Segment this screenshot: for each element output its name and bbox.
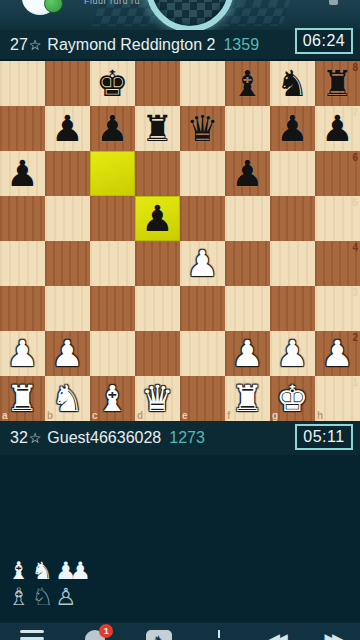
square-b5[interactable] bbox=[45, 196, 90, 241]
square-d4[interactable] bbox=[135, 241, 180, 286]
black-king[interactable]: ♚ bbox=[90, 61, 135, 106]
captured-black-row: ♗♘♙ bbox=[8, 584, 93, 610]
rank-label-4: 4 bbox=[352, 242, 358, 253]
black-pawn[interactable]: ♟ bbox=[0, 151, 45, 196]
forward-icon[interactable]: ▶▶ bbox=[324, 630, 339, 640]
black-pawn[interactable]: ♟ bbox=[90, 106, 135, 151]
black-rook[interactable]: ♜ bbox=[135, 106, 180, 151]
file-label-e: e bbox=[182, 410, 188, 421]
square-f2[interactable]: ♟ bbox=[225, 331, 270, 376]
square-e4[interactable]: ♟ bbox=[180, 241, 225, 286]
square-a4[interactable] bbox=[0, 241, 45, 286]
square-b6[interactable] bbox=[45, 151, 90, 196]
skip-start-icon[interactable]: ◀◀ bbox=[213, 630, 228, 640]
captured-bishop: ♝ bbox=[8, 557, 30, 585]
square-g2[interactable]: ♟ bbox=[270, 331, 315, 376]
square-g6[interactable] bbox=[270, 151, 315, 196]
captured-knight: ♘ bbox=[32, 583, 54, 611]
square-g8[interactable]: ♞ bbox=[270, 61, 315, 106]
square-g1[interactable]: g♚ bbox=[270, 376, 315, 421]
square-c1[interactable]: c♝ bbox=[90, 376, 135, 421]
black-rook[interactable]: ♜ bbox=[315, 61, 360, 106]
online-status-dot bbox=[44, 0, 63, 13]
white-queen[interactable]: ♛ bbox=[135, 376, 180, 421]
white-king[interactable]: ♚ bbox=[270, 376, 315, 421]
square-h4[interactable]: 4 bbox=[315, 241, 360, 286]
opponent-rating: 1359 bbox=[223, 36, 259, 54]
square-b1[interactable]: b♞ bbox=[45, 376, 90, 421]
rank-label-1: 1 bbox=[352, 377, 358, 388]
square-d1[interactable]: d♛ bbox=[135, 376, 180, 421]
rank-label-3: 3 bbox=[352, 287, 358, 298]
square-h6[interactable]: 6 bbox=[315, 151, 360, 196]
square-d2[interactable] bbox=[135, 331, 180, 376]
square-e8[interactable] bbox=[180, 61, 225, 106]
ad-text: Fiuur ruru ru bbox=[84, 0, 140, 6]
white-bishop[interactable]: ♝ bbox=[90, 376, 135, 421]
status-icon bbox=[329, 0, 338, 5]
bottom-nav: 1 ♞ ◀◀ ◀◀ ▶▶ bbox=[0, 621, 360, 640]
opponent-name[interactable]: Raymond Reddington 2 bbox=[47, 36, 215, 54]
header: Fiuur ruru ru bbox=[0, 0, 360, 30]
file-label-h: h bbox=[317, 410, 323, 421]
square-a6[interactable]: ♟ bbox=[0, 151, 45, 196]
black-queen[interactable]: ♛ bbox=[180, 106, 225, 151]
white-pawn[interactable]: ♟ bbox=[45, 331, 90, 376]
white-pawn[interactable]: ♟ bbox=[270, 331, 315, 376]
square-c7[interactable]: ♟ bbox=[90, 106, 135, 151]
square-h7[interactable]: 7♟ bbox=[315, 106, 360, 151]
square-a1[interactable]: a♜ bbox=[0, 376, 45, 421]
white-pawn[interactable]: ♟ bbox=[180, 241, 225, 286]
square-e5[interactable] bbox=[180, 196, 225, 241]
square-a3[interactable] bbox=[0, 286, 45, 331]
square-g3[interactable] bbox=[270, 286, 315, 331]
captured-knight: ♞ bbox=[32, 557, 54, 585]
square-a2[interactable]: ♟ bbox=[0, 331, 45, 376]
square-d8[interactable] bbox=[135, 61, 180, 106]
square-c4[interactable] bbox=[90, 241, 135, 286]
rewind-icon[interactable]: ◀◀ bbox=[269, 630, 284, 640]
square-a7[interactable] bbox=[0, 106, 45, 151]
white-pawn[interactable]: ♟ bbox=[315, 331, 360, 376]
white-rook[interactable]: ♜ bbox=[0, 376, 45, 421]
square-g4[interactable] bbox=[270, 241, 315, 286]
square-f3[interactable] bbox=[225, 286, 270, 331]
square-f8[interactable]: ♝ bbox=[225, 61, 270, 106]
captured-pawn-pair: ♟♟ bbox=[55, 557, 84, 585]
square-c2[interactable] bbox=[90, 331, 135, 376]
player-name[interactable]: Guest46636028 bbox=[47, 429, 161, 447]
square-b4[interactable] bbox=[45, 241, 90, 286]
square-b3[interactable] bbox=[45, 286, 90, 331]
square-d3[interactable] bbox=[135, 286, 180, 331]
square-e2[interactable] bbox=[180, 331, 225, 376]
square-a8[interactable] bbox=[0, 61, 45, 106]
chat-icon[interactable]: 1 bbox=[85, 630, 105, 640]
square-g7[interactable]: ♟ bbox=[270, 106, 315, 151]
chat-badge: 1 bbox=[99, 624, 113, 638]
chess-board: ♚♝♞8♜♟♟♜♛♟7♟♟♟6♟5♟43♟♟♟♟2♟a♜b♞c♝d♛ef♜g♚h… bbox=[0, 61, 360, 421]
square-b8[interactable] bbox=[45, 61, 90, 106]
square-d6[interactable] bbox=[135, 151, 180, 196]
black-pawn[interactable]: ♟ bbox=[135, 196, 180, 241]
square-b2[interactable]: ♟ bbox=[45, 331, 90, 376]
square-h5[interactable]: 5 bbox=[315, 196, 360, 241]
menu-icon[interactable] bbox=[20, 630, 44, 640]
square-a5[interactable] bbox=[0, 196, 45, 241]
square-f5[interactable] bbox=[225, 196, 270, 241]
captured-bishop: ♗ bbox=[8, 583, 30, 611]
rank-label-6: 6 bbox=[352, 152, 358, 163]
square-e1[interactable]: e bbox=[180, 376, 225, 421]
black-pawn[interactable]: ♟ bbox=[225, 151, 270, 196]
square-e7[interactable]: ♛ bbox=[180, 106, 225, 151]
app-screen: Fiuur ruru ru 27 ☆ Raymond Reddington 2 … bbox=[0, 0, 360, 640]
square-c8[interactable]: ♚ bbox=[90, 61, 135, 106]
square-d7[interactable]: ♜ bbox=[135, 106, 180, 151]
board-icon[interactable]: ♞ bbox=[146, 630, 172, 640]
player-clock: 05:11 bbox=[295, 424, 353, 450]
square-c6[interactable] bbox=[90, 151, 135, 196]
opponent-level: 27 bbox=[10, 36, 28, 54]
square-d5[interactable]: ♟ bbox=[135, 196, 180, 241]
square-g5[interactable] bbox=[270, 196, 315, 241]
square-h8[interactable]: 8♜ bbox=[315, 61, 360, 106]
square-c3[interactable] bbox=[90, 286, 135, 331]
white-pawn[interactable]: ♟ bbox=[0, 331, 45, 376]
square-f6[interactable]: ♟ bbox=[225, 151, 270, 196]
white-pawn[interactable]: ♟ bbox=[225, 331, 270, 376]
square-f1[interactable]: f♜ bbox=[225, 376, 270, 421]
square-h1[interactable]: h1 bbox=[315, 376, 360, 421]
square-e3[interactable] bbox=[180, 286, 225, 331]
square-b7[interactable]: ♟ bbox=[45, 106, 90, 151]
square-c5[interactable] bbox=[90, 196, 135, 241]
knight-icon: ♞ bbox=[151, 630, 166, 640]
header-pattern-right bbox=[222, 0, 290, 26]
square-e6[interactable] bbox=[180, 151, 225, 196]
opponent-clock: 06:24 bbox=[295, 28, 353, 54]
captured-white-row: ♝♞♟♟ bbox=[8, 558, 93, 584]
square-h3[interactable]: 3 bbox=[315, 286, 360, 331]
square-f4[interactable] bbox=[225, 241, 270, 286]
star-icon: ☆ bbox=[29, 37, 42, 53]
square-f7[interactable] bbox=[225, 106, 270, 151]
white-rook[interactable]: ♜ bbox=[225, 376, 270, 421]
captured-pawn: ♙ bbox=[55, 583, 77, 611]
black-pawn[interactable]: ♟ bbox=[270, 106, 315, 151]
black-pawn[interactable]: ♟ bbox=[315, 106, 360, 151]
black-bishop[interactable]: ♝ bbox=[225, 61, 270, 106]
player-level: 32 bbox=[10, 429, 28, 447]
black-knight[interactable]: ♞ bbox=[270, 61, 315, 106]
white-knight[interactable]: ♞ bbox=[45, 376, 90, 421]
black-pawn[interactable]: ♟ bbox=[45, 106, 90, 151]
star-icon: ☆ bbox=[29, 430, 42, 446]
captured-tray: ♝♞♟♟ ♗♘♙ bbox=[8, 558, 93, 610]
rank-label-5: 5 bbox=[352, 197, 358, 208]
player-rating: 1273 bbox=[169, 429, 205, 447]
square-h2[interactable]: 2♟ bbox=[315, 331, 360, 376]
